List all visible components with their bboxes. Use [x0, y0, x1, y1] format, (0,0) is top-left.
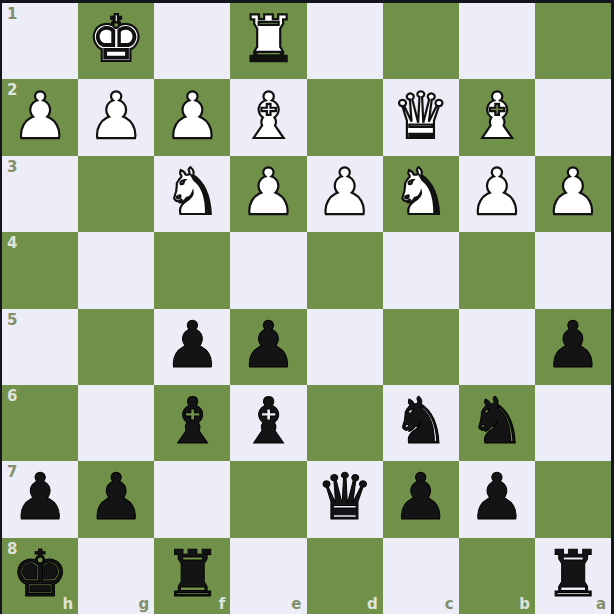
square-f3[interactable]: ♞ [154, 156, 230, 232]
black-knight[interactable]: ♞ [468, 389, 525, 453]
white-bishop[interactable]: ♝ [468, 84, 525, 148]
square-c4[interactable] [383, 232, 459, 308]
square-a4[interactable] [535, 232, 611, 308]
square-b8[interactable]: b [459, 538, 535, 614]
square-e3[interactable]: ♟ [230, 156, 306, 232]
square-h1[interactable]: 1 [2, 3, 78, 79]
square-g1[interactable]: ♚ [78, 3, 154, 79]
square-a2[interactable] [535, 79, 611, 155]
white-knight[interactable]: ♞ [164, 160, 221, 224]
black-knight[interactable]: ♞ [392, 389, 449, 453]
black-pawn[interactable]: ♟ [468, 465, 525, 529]
white-queen[interactable]: ♛ [392, 84, 449, 148]
file-label-c: c [445, 597, 454, 612]
square-b2[interactable]: ♝ [459, 79, 535, 155]
square-e4[interactable] [230, 232, 306, 308]
square-c1[interactable] [383, 3, 459, 79]
white-pawn[interactable]: ♟ [164, 84, 221, 148]
square-d8[interactable]: d [307, 538, 383, 614]
white-king[interactable]: ♚ [88, 7, 145, 71]
square-c6[interactable]: ♞ [383, 385, 459, 461]
black-pawn[interactable]: ♟ [240, 313, 297, 377]
square-g7[interactable]: ♟ [78, 461, 154, 537]
black-bishop[interactable]: ♝ [240, 389, 297, 453]
square-d7[interactable]: ♛ [307, 461, 383, 537]
square-g5[interactable] [78, 309, 154, 385]
square-g8[interactable]: g [78, 538, 154, 614]
file-label-d: d [367, 597, 378, 612]
square-a5[interactable]: ♟ [535, 309, 611, 385]
white-pawn[interactable]: ♟ [240, 160, 297, 224]
square-c5[interactable] [383, 309, 459, 385]
square-c8[interactable]: c [383, 538, 459, 614]
square-a1[interactable] [535, 3, 611, 79]
square-g3[interactable] [78, 156, 154, 232]
rank-label-1: 1 [7, 7, 17, 22]
square-h2[interactable]: 2♟ [2, 79, 78, 155]
white-pawn[interactable]: ♟ [468, 160, 525, 224]
white-pawn[interactable]: ♟ [11, 84, 68, 148]
square-h8[interactable]: 8h♚ [2, 538, 78, 614]
square-f7[interactable] [154, 461, 230, 537]
white-rook[interactable]: ♜ [240, 7, 297, 71]
square-e2[interactable]: ♝ [230, 79, 306, 155]
black-king[interactable]: ♚ [11, 542, 68, 606]
square-a6[interactable] [535, 385, 611, 461]
white-pawn[interactable]: ♟ [88, 84, 145, 148]
square-g4[interactable] [78, 232, 154, 308]
square-a7[interactable] [535, 461, 611, 537]
black-rook[interactable]: ♜ [164, 542, 221, 606]
square-h5[interactable]: 5 [2, 309, 78, 385]
square-a3[interactable]: ♟ [535, 156, 611, 232]
black-pawn[interactable]: ♟ [88, 465, 145, 529]
square-e8[interactable]: e [230, 538, 306, 614]
white-knight[interactable]: ♞ [392, 160, 449, 224]
white-pawn[interactable]: ♟ [316, 160, 373, 224]
rank-label-4: 4 [7, 236, 17, 251]
black-pawn[interactable]: ♟ [544, 313, 601, 377]
square-f2[interactable]: ♟ [154, 79, 230, 155]
square-a8[interactable]: a♜ [535, 538, 611, 614]
square-b1[interactable] [459, 3, 535, 79]
black-pawn[interactable]: ♟ [164, 313, 221, 377]
square-c2[interactable]: ♛ [383, 79, 459, 155]
file-label-g: g [139, 597, 150, 612]
white-pawn[interactable]: ♟ [544, 160, 601, 224]
black-pawn[interactable]: ♟ [11, 465, 68, 529]
square-h3[interactable]: 3 [2, 156, 78, 232]
square-f4[interactable] [154, 232, 230, 308]
square-b7[interactable]: ♟ [459, 461, 535, 537]
square-g6[interactable] [78, 385, 154, 461]
square-e1[interactable]: ♜ [230, 3, 306, 79]
file-label-e: e [291, 597, 301, 612]
square-b3[interactable]: ♟ [459, 156, 535, 232]
square-b6[interactable]: ♞ [459, 385, 535, 461]
square-f1[interactable] [154, 3, 230, 79]
square-e7[interactable] [230, 461, 306, 537]
file-label-b: b [519, 597, 530, 612]
chess-board: 1♚♜2♟♟♟♝♛♝3♞♟♟♞♟♟45♟♟♟6♝♝♞♞7♟♟♛♟♟8h♚gf♜e… [0, 0, 614, 614]
rank-label-6: 6 [7, 389, 17, 404]
square-h7[interactable]: 7♟ [2, 461, 78, 537]
square-b4[interactable] [459, 232, 535, 308]
square-h4[interactable]: 4 [2, 232, 78, 308]
square-g2[interactable]: ♟ [78, 79, 154, 155]
square-d3[interactable]: ♟ [307, 156, 383, 232]
white-bishop[interactable]: ♝ [240, 84, 297, 148]
square-e5[interactable]: ♟ [230, 309, 306, 385]
black-rook[interactable]: ♜ [544, 542, 601, 606]
black-pawn[interactable]: ♟ [392, 465, 449, 529]
square-d6[interactable] [307, 385, 383, 461]
square-f8[interactable]: f♜ [154, 538, 230, 614]
square-f6[interactable]: ♝ [154, 385, 230, 461]
square-b5[interactable] [459, 309, 535, 385]
rank-label-5: 5 [7, 313, 17, 328]
square-d4[interactable] [307, 232, 383, 308]
black-queen[interactable]: ♛ [316, 465, 373, 529]
square-c7[interactable]: ♟ [383, 461, 459, 537]
square-e6[interactable]: ♝ [230, 385, 306, 461]
square-d1[interactable] [307, 3, 383, 79]
black-bishop[interactable]: ♝ [164, 389, 221, 453]
square-d5[interactable] [307, 309, 383, 385]
square-h6[interactable]: 6 [2, 385, 78, 461]
square-c3[interactable]: ♞ [383, 156, 459, 232]
square-f5[interactable]: ♟ [154, 309, 230, 385]
rank-label-3: 3 [7, 160, 17, 175]
square-d2[interactable] [307, 79, 383, 155]
